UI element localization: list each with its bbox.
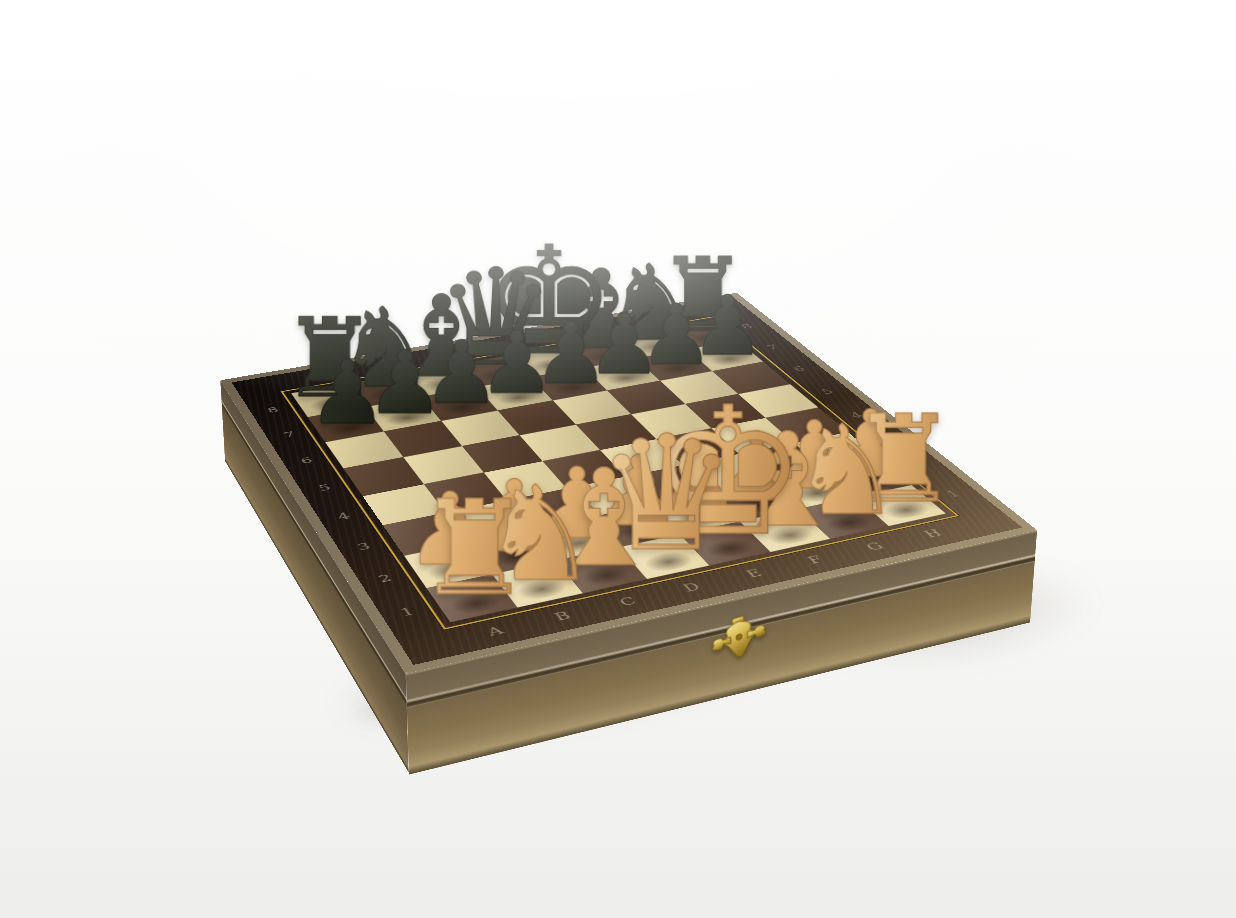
piece-white-rook: ♜ <box>360 487 589 611</box>
brass-clasp-icon <box>708 606 769 669</box>
chess-box: ♜♞♝♛♚♝♞♜♟♟♟♟♟♟♟♟♟♟♟♟♟♟♟♟♜♞♝♛♚♝♞♜ ABCDEFG… <box>220 293 1037 674</box>
photo-stage: ♜♞♝♛♚♝♞♜♟♟♟♟♟♟♟♟♟♟♟♟♟♟♟♟♜♞♝♛♚♝♞♜ ABCDEFG… <box>0 0 1236 918</box>
file-label-d: D <box>655 575 730 602</box>
file-label-c: C <box>591 589 667 617</box>
scene-3d: ♜♞♝♛♚♝♞♜♟♟♟♟♟♟♟♟♟♟♟♟♟♟♟♟♜♞♝♛♚♝♞♜ ABCDEFG… <box>0 0 1236 918</box>
rank-label-6: 6 <box>287 445 328 476</box>
piece-black-pawn: ♟ <box>250 350 446 434</box>
square-a1: ♜ <box>427 574 518 622</box>
